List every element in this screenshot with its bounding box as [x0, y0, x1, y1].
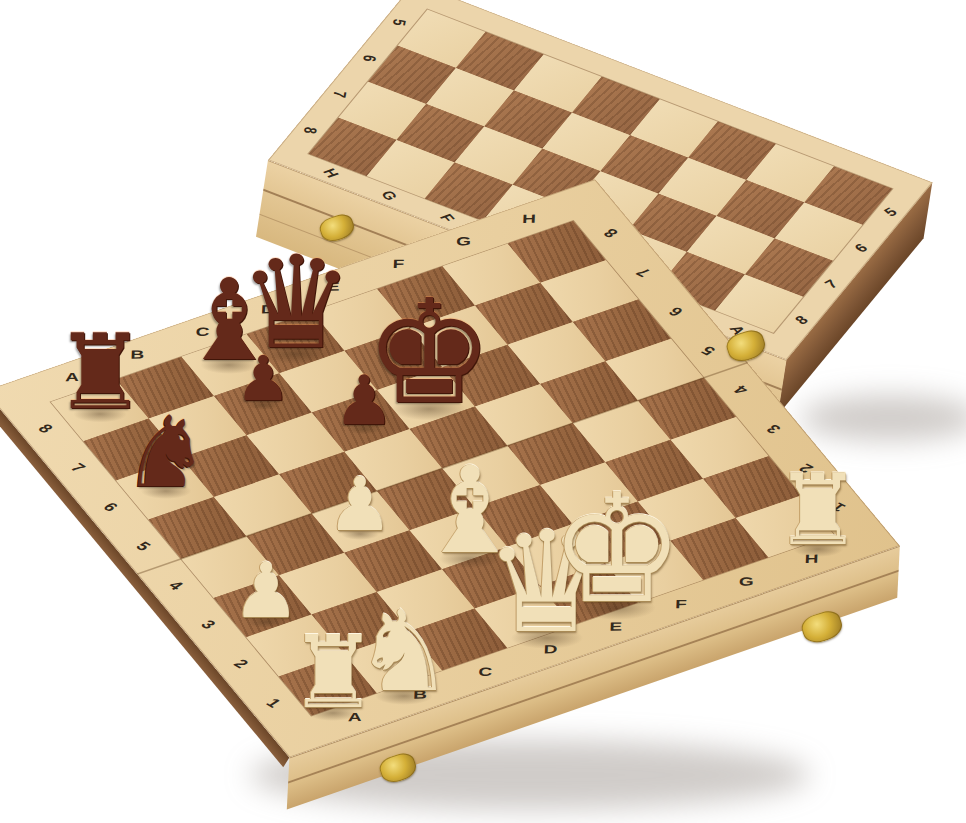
board-label-left-5: 5: [127, 537, 159, 557]
box-label-left-6: 6: [356, 49, 382, 67]
box-label-right-5: 5: [874, 201, 907, 222]
board-label-right-4: 4: [726, 380, 758, 400]
board-label-top-h: H: [517, 212, 540, 226]
box-label-right-8: 8: [785, 309, 818, 330]
box-ground-shadow: [800, 395, 966, 441]
light-rook-a1: ♜: [288, 623, 378, 723]
board-label-right-5: 5: [693, 341, 725, 361]
board-label-right-3: 3: [758, 419, 790, 439]
box-label-right-6: 6: [845, 237, 878, 258]
dark-pawn-c7: ♟: [235, 348, 291, 410]
dark-knight-a6: ♞: [122, 403, 210, 501]
board-label-right-8: 8: [595, 223, 627, 243]
light-rook-h1: ♜: [774, 461, 862, 559]
board-label-left-1: 1: [257, 694, 289, 714]
board-label-left-3: 3: [192, 615, 224, 635]
box-label-left-7: 7: [327, 85, 353, 103]
board-label-left-4: 4: [159, 576, 191, 596]
box-label-right-7: 7: [815, 273, 848, 294]
product-photo-scene: 56785678HGFEDCBA ABCDEFGHABCDEFGH8765432…: [0, 0, 966, 823]
board-label-bottom-g: G: [735, 575, 758, 589]
board-label-top-g: G: [452, 235, 475, 249]
board-label-left-7: 7: [62, 458, 94, 478]
board-label-bottom-c: C: [474, 665, 497, 679]
box-label-left-5: 5: [386, 13, 412, 31]
board-label-left-2: 2: [224, 654, 256, 674]
dark-king-e6: ♚: [364, 280, 493, 424]
board-label-right-7: 7: [628, 262, 660, 282]
light-king-e1: ♚: [550, 474, 684, 624]
board-label-right-6: 6: [661, 301, 693, 321]
light-pawn-c4: ♟: [327, 467, 393, 541]
box-label-left-8: 8: [297, 121, 323, 139]
